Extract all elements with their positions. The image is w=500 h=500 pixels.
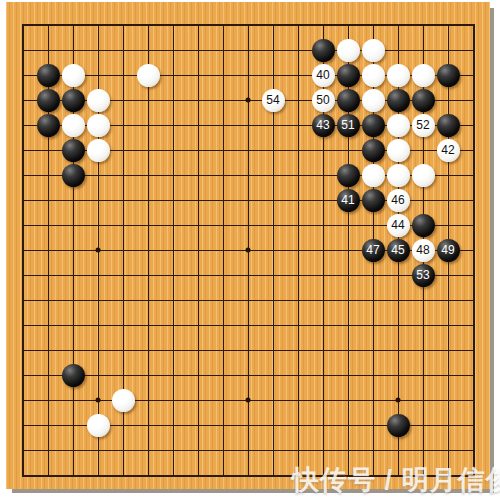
stone-black[interactable]: [337, 89, 360, 112]
stone-black[interactable]: [37, 114, 60, 137]
stone-black-move-45[interactable]: 45: [387, 239, 410, 262]
stone-white[interactable]: [362, 64, 385, 87]
move-number: 43: [316, 119, 329, 131]
stone-white[interactable]: [387, 139, 410, 162]
move-number: 41: [341, 194, 354, 206]
stone-white[interactable]: [62, 64, 85, 87]
move-number: 48: [416, 244, 429, 256]
move-number: 50: [316, 94, 329, 106]
stone-white-move-52[interactable]: 52: [412, 114, 435, 137]
stone-black[interactable]: [412, 89, 435, 112]
stone-black[interactable]: [37, 64, 60, 87]
move-number: 49: [441, 244, 454, 256]
move-number: 42: [441, 144, 454, 156]
move-number: 52: [416, 119, 429, 131]
stone-white[interactable]: [62, 114, 85, 137]
go-diagram: 405450435152424146444745484953 快传号 / 明月信…: [0, 0, 500, 500]
stone-white-move-42[interactable]: 42: [437, 139, 460, 162]
stone-white[interactable]: [387, 64, 410, 87]
move-number: 44: [391, 219, 404, 231]
stone-white-move-40[interactable]: 40: [312, 64, 335, 87]
stone-white-move-44[interactable]: 44: [387, 214, 410, 237]
stone-black[interactable]: [387, 414, 410, 437]
stone-white[interactable]: [87, 414, 110, 437]
stone-white[interactable]: [362, 39, 385, 62]
stone-black[interactable]: [62, 164, 85, 187]
stone-white-move-50[interactable]: 50: [312, 89, 335, 112]
stone-black[interactable]: [62, 139, 85, 162]
stone-black[interactable]: [362, 139, 385, 162]
stone-white-move-54[interactable]: 54: [262, 89, 285, 112]
stone-white[interactable]: [337, 39, 360, 62]
stone-white[interactable]: [87, 89, 110, 112]
move-number: 40: [316, 69, 329, 81]
stone-black[interactable]: [62, 89, 85, 112]
stone-white[interactable]: [112, 389, 135, 412]
go-board[interactable]: 405450435152424146444745484953: [6, 2, 490, 489]
stone-black-move-47[interactable]: 47: [362, 239, 385, 262]
move-number: 47: [366, 244, 379, 256]
stone-black-move-51[interactable]: 51: [337, 114, 360, 137]
stone-black[interactable]: [387, 89, 410, 112]
stone-black[interactable]: [312, 39, 335, 62]
watermark: 快传号 / 明月信俊: [292, 462, 500, 498]
move-number: 53: [416, 269, 429, 281]
stone-white[interactable]: [412, 164, 435, 187]
stone-white[interactable]: [87, 114, 110, 137]
stone-white-move-46[interactable]: 46: [387, 189, 410, 212]
stone-black[interactable]: [437, 64, 460, 87]
stone-white[interactable]: [362, 89, 385, 112]
stone-black[interactable]: [37, 89, 60, 112]
stone-white[interactable]: [387, 164, 410, 187]
stone-black[interactable]: [437, 114, 460, 137]
stone-black-move-49[interactable]: 49: [437, 239, 460, 262]
stone-white[interactable]: [137, 64, 160, 87]
move-number: 46: [391, 194, 404, 206]
stone-black-move-43[interactable]: 43: [312, 114, 335, 137]
stone-black[interactable]: [362, 189, 385, 212]
move-number: 54: [266, 94, 279, 106]
stone-black-move-41[interactable]: 41: [337, 189, 360, 212]
stone-black[interactable]: [412, 214, 435, 237]
stone-black[interactable]: [337, 164, 360, 187]
stone-white-move-48[interactable]: 48: [412, 239, 435, 262]
move-number: 45: [391, 244, 404, 256]
stone-white[interactable]: [362, 164, 385, 187]
stone-black[interactable]: [362, 114, 385, 137]
stone-black[interactable]: [337, 64, 360, 87]
stone-black[interactable]: [62, 364, 85, 387]
stone-white[interactable]: [412, 64, 435, 87]
stone-white[interactable]: [387, 114, 410, 137]
stones-layer: 405450435152424146444745484953: [11, 13, 486, 488]
move-number: 51: [341, 119, 354, 131]
stone-white[interactable]: [87, 139, 110, 162]
stone-black-move-53[interactable]: 53: [412, 264, 435, 287]
